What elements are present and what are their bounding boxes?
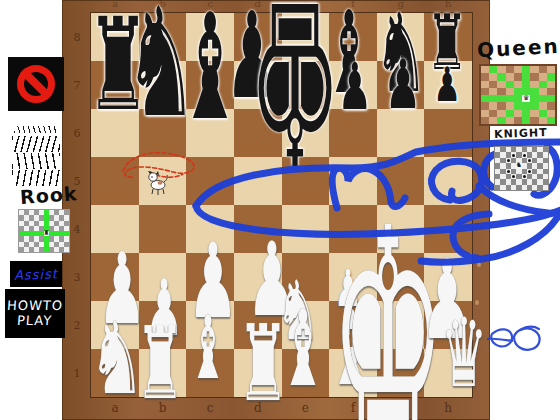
assist-button[interactable]: Assist — [10, 261, 62, 287]
assist-label: Assist — [14, 266, 58, 283]
pen-scribble-notes — [12, 126, 62, 188]
rook-moves-miniboard[interactable]: ♜ — [18, 209, 70, 253]
knight-move-dot — [512, 175, 515, 178]
square-b5[interactable] — [139, 157, 187, 205]
knight-move-dot — [507, 170, 510, 173]
blue-doodle-glasses — [514, 329, 540, 350]
miniboard-piece-icon: ♛ — [523, 95, 529, 102]
rook-label: Rook — [19, 182, 78, 208]
knight-move-dot — [512, 154, 515, 157]
piece-white-rook-b1[interactable]: ♜ — [135, 314, 184, 414]
queen-moves-miniboard[interactable]: ♛ — [479, 64, 557, 126]
chess-paint-app: 12345678 abcdefgh abcdefgh ♜♞♝♟♚♝♟♞♟♜♟♟♞… — [0, 0, 560, 420]
howto-line1: HOWTO — [6, 299, 63, 313]
knight-moves-miniboard[interactable]: ♞ — [494, 146, 549, 191]
blue-doodle-glasses — [491, 329, 512, 346]
piece-white-bishop-e1[interactable]: ♝ — [279, 296, 326, 402]
wood-knot — [477, 262, 481, 267]
square-h6[interactable] — [424, 109, 472, 157]
queen-label: Queen — [476, 34, 560, 62]
piece-black-pawn-g7[interactable]: ♟ — [385, 51, 422, 119]
blue-doodle-glasses — [520, 327, 539, 330]
how-to-play-button[interactable]: HOWTO PLAY — [5, 289, 65, 338]
wood-knot — [476, 187, 480, 192]
piece-white-queen-h1[interactable]: ♛ — [441, 306, 488, 401]
square-c5[interactable] — [186, 157, 234, 205]
scribble-caption — [14, 126, 56, 133]
blue-doodle-glasses — [488, 339, 512, 341]
knight-move-dot — [523, 175, 526, 178]
piece-black-pawn-f7[interactable]: ♟ — [338, 55, 373, 120]
knight-move-dot — [528, 170, 531, 173]
no-entry-button[interactable] — [8, 57, 64, 111]
howto-line2: PLAY — [17, 314, 53, 328]
knight-move-dot — [507, 159, 510, 162]
knight-move-dot — [528, 159, 531, 162]
square-a5[interactable] — [91, 157, 139, 205]
piece-white-bishop-c1[interactable]: ♝ — [188, 305, 227, 392]
knight-label: KNIGHT — [494, 126, 548, 141]
piece-black-pawn-h7[interactable]: ♟ — [433, 61, 461, 109]
knight-move-dot — [523, 154, 526, 157]
